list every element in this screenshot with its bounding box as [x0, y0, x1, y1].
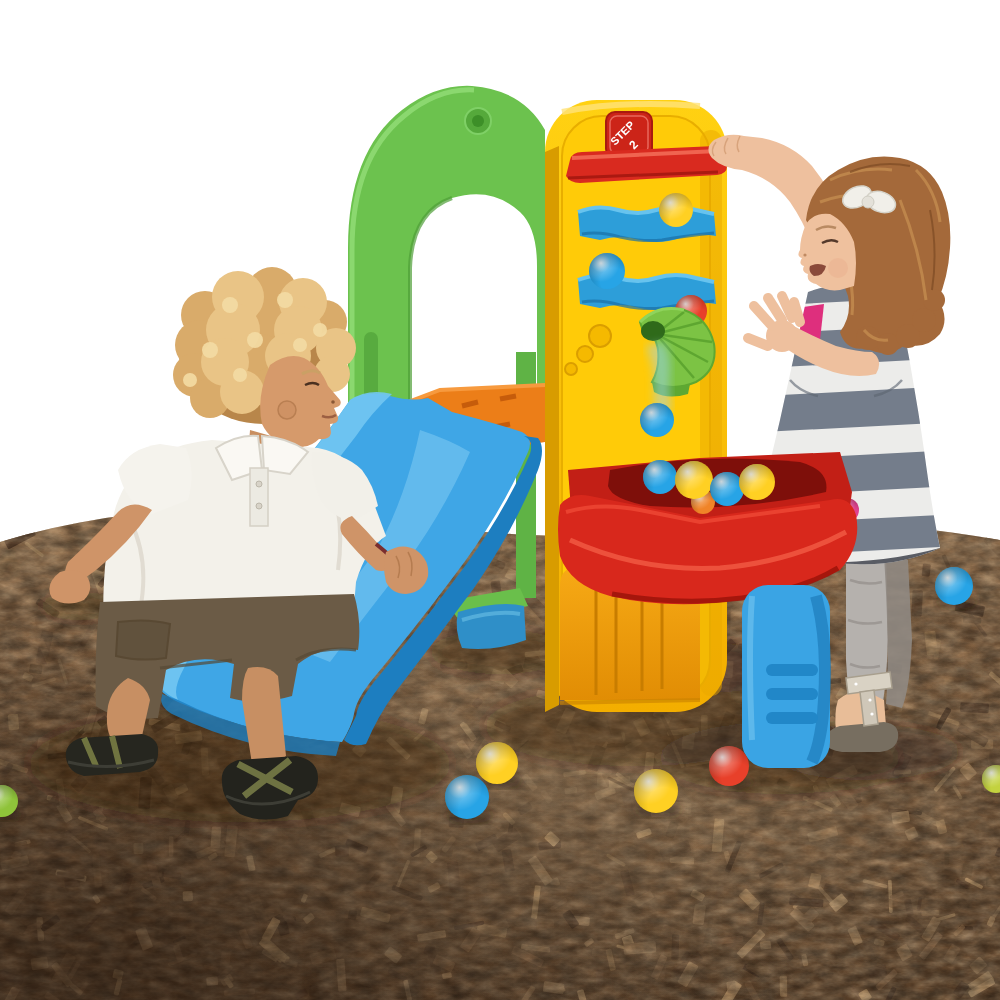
boy-left-sandal: [66, 734, 158, 776]
ball-yellow: [739, 464, 775, 500]
boy-ear: [278, 401, 296, 419]
ball-yellow: [675, 461, 713, 499]
ball-yellow: [659, 193, 693, 227]
yellow-tower: [545, 100, 727, 712]
ball-yellow: [634, 769, 678, 813]
ball-blue: [643, 460, 677, 494]
ball-yellow: [476, 742, 518, 784]
ball-blue: [445, 775, 489, 819]
product-photo: STEP 2: [0, 0, 1000, 1000]
ball-blue: [640, 403, 674, 437]
ball-blue: [710, 472, 744, 506]
blue-front-leg: [742, 585, 830, 768]
scene-svg: STEP 2: [0, 0, 1000, 1000]
falling-ball: [640, 403, 674, 437]
ball-blue: [935, 567, 973, 605]
ball-blue: [589, 253, 625, 289]
ball-red: [709, 746, 749, 786]
